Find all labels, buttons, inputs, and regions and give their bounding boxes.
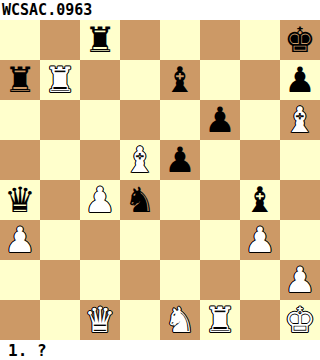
square-c6[interactable] <box>80 100 120 140</box>
square-c1[interactable]: ♛ <box>80 300 120 340</box>
white-bishop-piece: ♝ <box>124 140 155 180</box>
square-g5[interactable] <box>240 140 280 180</box>
square-h7[interactable]: ♟ <box>280 60 320 100</box>
square-c3[interactable] <box>80 220 120 260</box>
square-c8[interactable]: ♜ <box>80 20 120 60</box>
white-pawn-piece: ♟ <box>284 260 315 300</box>
square-h2[interactable]: ♟ <box>280 260 320 300</box>
square-h4[interactable] <box>280 180 320 220</box>
square-g6[interactable] <box>240 100 280 140</box>
square-f6[interactable]: ♟ <box>200 100 240 140</box>
move-prompt: 1. ? <box>0 341 47 360</box>
square-c4[interactable]: ♟ <box>80 180 120 220</box>
square-a7[interactable]: ♜ <box>0 60 40 100</box>
square-f3[interactable] <box>200 220 240 260</box>
square-d4[interactable]: ♞ <box>120 180 160 220</box>
chess-board: ♜♚♜♜♝♟♟♝♝♟♛♟♞♝♟♟♟♛♞♜♚ <box>0 20 320 340</box>
square-d3[interactable] <box>120 220 160 260</box>
square-e4[interactable] <box>160 180 200 220</box>
square-f7[interactable] <box>200 60 240 100</box>
footer-bar: 1. ? <box>0 340 320 360</box>
square-h8[interactable]: ♚ <box>280 20 320 60</box>
square-g8[interactable] <box>240 20 280 60</box>
square-g4[interactable]: ♝ <box>240 180 280 220</box>
square-a1[interactable] <box>0 300 40 340</box>
black-pawn-piece: ♟ <box>164 140 195 180</box>
square-h5[interactable] <box>280 140 320 180</box>
square-b4[interactable] <box>40 180 80 220</box>
black-queen-piece: ♛ <box>4 180 35 220</box>
square-g2[interactable] <box>240 260 280 300</box>
square-d7[interactable] <box>120 60 160 100</box>
square-d8[interactable] <box>120 20 160 60</box>
white-pawn-piece: ♟ <box>4 220 35 260</box>
square-a3[interactable]: ♟ <box>0 220 40 260</box>
square-e3[interactable] <box>160 220 200 260</box>
square-e2[interactable] <box>160 260 200 300</box>
white-rook-piece: ♜ <box>204 300 235 340</box>
square-e1[interactable]: ♞ <box>160 300 200 340</box>
square-f8[interactable] <box>200 20 240 60</box>
square-c5[interactable] <box>80 140 120 180</box>
square-f2[interactable] <box>200 260 240 300</box>
square-d2[interactable] <box>120 260 160 300</box>
black-pawn-piece: ♟ <box>284 60 315 100</box>
square-e6[interactable] <box>160 100 200 140</box>
white-pawn-piece: ♟ <box>84 180 115 220</box>
square-c7[interactable] <box>80 60 120 100</box>
square-b3[interactable] <box>40 220 80 260</box>
square-e5[interactable]: ♟ <box>160 140 200 180</box>
square-a4[interactable]: ♛ <box>0 180 40 220</box>
black-knight-piece: ♞ <box>124 180 155 220</box>
square-b7[interactable]: ♜ <box>40 60 80 100</box>
square-f4[interactable] <box>200 180 240 220</box>
square-a8[interactable] <box>0 20 40 60</box>
square-f5[interactable] <box>200 140 240 180</box>
white-pawn-piece: ♟ <box>244 220 275 260</box>
square-a6[interactable] <box>0 100 40 140</box>
square-d6[interactable] <box>120 100 160 140</box>
white-rook-piece: ♜ <box>44 60 75 100</box>
square-f1[interactable]: ♜ <box>200 300 240 340</box>
square-b6[interactable] <box>40 100 80 140</box>
square-a5[interactable] <box>0 140 40 180</box>
square-e7[interactable]: ♝ <box>160 60 200 100</box>
black-king-piece: ♚ <box>284 20 315 60</box>
square-b2[interactable] <box>40 260 80 300</box>
white-king-piece: ♚ <box>284 300 315 340</box>
square-a2[interactable] <box>0 260 40 300</box>
square-g3[interactable]: ♟ <box>240 220 280 260</box>
puzzle-id: WCSAC.0963 <box>0 1 92 19</box>
square-b1[interactable] <box>40 300 80 340</box>
square-b8[interactable] <box>40 20 80 60</box>
square-b5[interactable] <box>40 140 80 180</box>
square-c2[interactable] <box>80 260 120 300</box>
white-bishop-piece: ♝ <box>284 100 315 140</box>
black-rook-piece: ♜ <box>4 60 35 100</box>
white-queen-piece: ♛ <box>84 300 115 340</box>
square-h1[interactable]: ♚ <box>280 300 320 340</box>
black-bishop-piece: ♝ <box>244 180 275 220</box>
square-h3[interactable] <box>280 220 320 260</box>
square-g7[interactable] <box>240 60 280 100</box>
title-bar: WCSAC.0963 <box>0 0 320 20</box>
square-e8[interactable] <box>160 20 200 60</box>
white-knight-piece: ♞ <box>164 300 195 340</box>
black-pawn-piece: ♟ <box>204 100 235 140</box>
square-d1[interactable] <box>120 300 160 340</box>
square-g1[interactable] <box>240 300 280 340</box>
black-rook-piece: ♜ <box>84 20 115 60</box>
square-h6[interactable]: ♝ <box>280 100 320 140</box>
black-bishop-piece: ♝ <box>164 60 195 100</box>
square-d5[interactable]: ♝ <box>120 140 160 180</box>
